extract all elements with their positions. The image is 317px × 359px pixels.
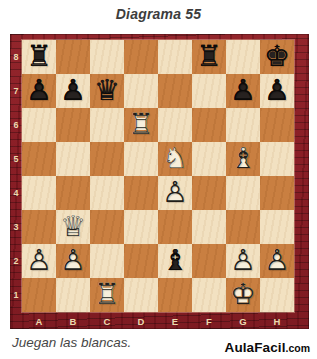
square-h8: ♚♔ bbox=[260, 40, 294, 74]
piece-outline-glyph: ♖ bbox=[90, 278, 124, 312]
piece-outline-glyph: ♖ bbox=[124, 108, 158, 142]
black-bishop-piece: ♝♗ bbox=[158, 244, 192, 278]
white-pawn-piece: ♟♙ bbox=[22, 244, 56, 278]
square-a6 bbox=[22, 108, 56, 142]
square-c7: ♛♕ bbox=[90, 74, 124, 108]
square-d2 bbox=[124, 244, 158, 278]
square-c3 bbox=[90, 210, 124, 244]
square-d3 bbox=[124, 210, 158, 244]
square-c6 bbox=[90, 108, 124, 142]
black-pawn-piece: ♟♙ bbox=[56, 74, 90, 108]
square-a8: ♜♖ bbox=[22, 40, 56, 74]
piece-outline-glyph: ♕ bbox=[90, 74, 124, 108]
square-f7 bbox=[192, 74, 226, 108]
square-e1 bbox=[158, 278, 192, 312]
white-king-piece: ♚♔ bbox=[226, 278, 260, 312]
square-b3: ♛♕ bbox=[56, 210, 90, 244]
square-b8 bbox=[56, 40, 90, 74]
square-f4 bbox=[192, 176, 226, 210]
square-e5: ♞♘ bbox=[158, 142, 192, 176]
square-f3 bbox=[192, 210, 226, 244]
piece-outline-glyph: ♙ bbox=[56, 74, 90, 108]
black-pawn-piece: ♟♙ bbox=[22, 74, 56, 108]
square-c8 bbox=[90, 40, 124, 74]
file-label-b: B bbox=[56, 316, 90, 327]
square-b7: ♟♙ bbox=[56, 74, 90, 108]
square-h2: ♟♙ bbox=[260, 244, 294, 278]
brand-suffix: .com bbox=[285, 342, 310, 354]
black-rook-piece: ♜♖ bbox=[192, 40, 226, 74]
square-h3 bbox=[260, 210, 294, 244]
file-label-d: D bbox=[124, 316, 158, 327]
rank-label-2: 2 bbox=[10, 244, 22, 278]
square-d1 bbox=[124, 278, 158, 312]
square-b2: ♟♙ bbox=[56, 244, 90, 278]
square-e4: ♟♙ bbox=[158, 176, 192, 210]
square-g5: ♝♗ bbox=[226, 142, 260, 176]
black-queen-piece: ♛♕ bbox=[90, 74, 124, 108]
square-g1: ♚♔ bbox=[226, 278, 260, 312]
square-g4 bbox=[226, 176, 260, 210]
square-a5 bbox=[22, 142, 56, 176]
square-e2: ♝♗ bbox=[158, 244, 192, 278]
square-e8 bbox=[158, 40, 192, 74]
piece-outline-glyph: ♙ bbox=[22, 74, 56, 108]
square-f6 bbox=[192, 108, 226, 142]
file-label-g: G bbox=[226, 316, 260, 327]
square-c2 bbox=[90, 244, 124, 278]
rank-label-3: 3 bbox=[10, 210, 22, 244]
square-b5 bbox=[56, 142, 90, 176]
piece-outline-glyph: ♙ bbox=[158, 176, 192, 210]
piece-outline-glyph: ♔ bbox=[226, 278, 260, 312]
square-g3 bbox=[226, 210, 260, 244]
white-queen-piece: ♛♕ bbox=[56, 210, 90, 244]
square-h7: ♟♙ bbox=[260, 74, 294, 108]
square-f1 bbox=[192, 278, 226, 312]
square-c5 bbox=[90, 142, 124, 176]
white-rook-piece: ♜♖ bbox=[90, 278, 124, 312]
black-pawn-piece: ♟♙ bbox=[260, 74, 294, 108]
square-g7: ♟♙ bbox=[226, 74, 260, 108]
square-d5 bbox=[124, 142, 158, 176]
white-rook-piece: ♜♖ bbox=[124, 108, 158, 142]
white-pawn-piece: ♟♙ bbox=[260, 244, 294, 278]
square-g8 bbox=[226, 40, 260, 74]
piece-outline-glyph: ♗ bbox=[158, 244, 192, 278]
piece-outline-glyph: ♗ bbox=[226, 142, 260, 176]
rank-label-1: 1 bbox=[10, 278, 22, 312]
file-label-a: A bbox=[22, 316, 56, 327]
square-c4 bbox=[90, 176, 124, 210]
square-e3 bbox=[158, 210, 192, 244]
piece-outline-glyph: ♕ bbox=[56, 210, 90, 244]
white-knight-piece: ♞♘ bbox=[158, 142, 192, 176]
brand-name: AulaFacil bbox=[225, 340, 286, 355]
piece-outline-glyph: ♙ bbox=[260, 74, 294, 108]
rank-label-8: 8 bbox=[10, 40, 22, 74]
rank-label-5: 5 bbox=[10, 142, 22, 176]
square-h6 bbox=[260, 108, 294, 142]
square-a4 bbox=[22, 176, 56, 210]
square-a3 bbox=[22, 210, 56, 244]
square-e6 bbox=[158, 108, 192, 142]
square-f2 bbox=[192, 244, 226, 278]
file-label-e: E bbox=[158, 316, 192, 327]
square-d8 bbox=[124, 40, 158, 74]
square-b6 bbox=[56, 108, 90, 142]
brand-logo: AulaFacil.com bbox=[225, 338, 310, 356]
square-h5 bbox=[260, 142, 294, 176]
file-label-c: C bbox=[90, 316, 124, 327]
black-king-piece: ♚♔ bbox=[260, 40, 294, 74]
file-label-f: F bbox=[192, 316, 226, 327]
square-g2: ♟♙ bbox=[226, 244, 260, 278]
square-h1 bbox=[260, 278, 294, 312]
square-d4 bbox=[124, 176, 158, 210]
move-indicator-caption: Juegan las blancas. bbox=[12, 335, 131, 350]
piece-outline-glyph: ♙ bbox=[260, 244, 294, 278]
white-pawn-piece: ♟♙ bbox=[56, 244, 90, 278]
rank-label-6: 6 bbox=[10, 108, 22, 142]
square-g6 bbox=[226, 108, 260, 142]
piece-outline-glyph: ♖ bbox=[22, 40, 56, 74]
square-a2: ♟♙ bbox=[22, 244, 56, 278]
rank-label-7: 7 bbox=[10, 74, 22, 108]
square-c1: ♜♖ bbox=[90, 278, 124, 312]
square-b1 bbox=[56, 278, 90, 312]
black-rook-piece: ♜♖ bbox=[22, 40, 56, 74]
piece-outline-glyph: ♙ bbox=[56, 244, 90, 278]
piece-outline-glyph: ♘ bbox=[158, 142, 192, 176]
square-b4 bbox=[56, 176, 90, 210]
square-d7 bbox=[124, 74, 158, 108]
square-f8: ♜♖ bbox=[192, 40, 226, 74]
black-pawn-piece: ♟♙ bbox=[226, 74, 260, 108]
rank-label-4: 4 bbox=[10, 176, 22, 210]
white-pawn-piece: ♟♙ bbox=[226, 244, 260, 278]
diagram-title: Diagrama 55 bbox=[0, 6, 317, 22]
white-bishop-piece: ♝♗ bbox=[226, 142, 260, 176]
white-pawn-piece: ♟♙ bbox=[158, 176, 192, 210]
chess-board: ♜♖♜♖♚♔♟♙♟♙♛♕♟♙♟♙♜♖♞♘♝♗♟♙♛♕♟♙♟♙♝♗♟♙♟♙♜♖♚♔ bbox=[22, 40, 294, 312]
piece-outline-glyph: ♙ bbox=[22, 244, 56, 278]
piece-outline-glyph: ♖ bbox=[192, 40, 226, 74]
chess-diagram-page: Diagrama 55 ♜♖♜♖♚♔♟♙♟♙♛♕♟♙♟♙♜♖♞♘♝♗♟♙♛♕♟♙… bbox=[0, 0, 317, 359]
piece-outline-glyph: ♙ bbox=[226, 74, 260, 108]
square-f5 bbox=[192, 142, 226, 176]
square-a1 bbox=[22, 278, 56, 312]
file-label-h: H bbox=[260, 316, 294, 327]
square-e7 bbox=[158, 74, 192, 108]
piece-outline-glyph: ♔ bbox=[260, 40, 294, 74]
square-a7: ♟♙ bbox=[22, 74, 56, 108]
square-h4 bbox=[260, 176, 294, 210]
square-d6: ♜♖ bbox=[124, 108, 158, 142]
chess-board-frame: ♜♖♜♖♚♔♟♙♟♙♛♕♟♙♟♙♜♖♞♘♝♗♟♙♛♕♟♙♟♙♝♗♟♙♟♙♜♖♚♔… bbox=[10, 34, 309, 329]
piece-outline-glyph: ♙ bbox=[226, 244, 260, 278]
